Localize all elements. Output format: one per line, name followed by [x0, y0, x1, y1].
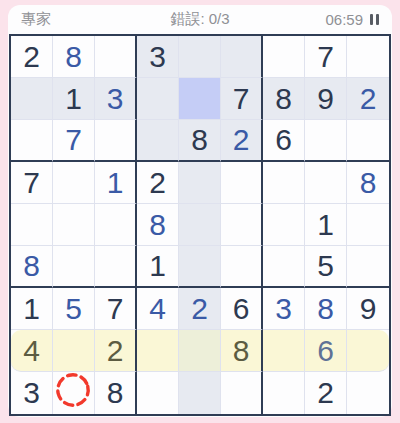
- cell-r1c5[interactable]: [179, 36, 221, 78]
- digit: 5: [317, 251, 334, 281]
- cell-r2c3[interactable]: 3: [95, 78, 137, 120]
- cell-r2c9[interactable]: 2: [347, 78, 389, 120]
- cell-r4c7[interactable]: [263, 162, 305, 204]
- digit: 3: [23, 378, 40, 408]
- cell-r4c3[interactable]: 1: [95, 162, 137, 204]
- digit: 8: [149, 210, 166, 240]
- cell-r3c4[interactable]: [137, 120, 179, 162]
- digit: 7: [317, 42, 334, 72]
- cell-r8c4[interactable]: [137, 330, 179, 372]
- cell-r3c2[interactable]: 7: [53, 120, 95, 162]
- digit: 8: [107, 378, 124, 408]
- digit: 2: [360, 84, 377, 114]
- sudoku-board: 283713789278267128818151574263894286382: [9, 34, 391, 416]
- cell-r4c8[interactable]: [305, 162, 347, 204]
- cell-r5c9[interactable]: [347, 204, 389, 246]
- cell-r6c6[interactable]: [221, 246, 263, 288]
- cell-r1c2[interactable]: 8: [53, 36, 95, 78]
- cell-r8c9[interactable]: [347, 330, 389, 372]
- cell-r4c2[interactable]: [53, 162, 95, 204]
- digit: 2: [23, 42, 40, 72]
- digit: 8: [191, 125, 208, 155]
- digit: 8: [233, 336, 250, 366]
- digit: 6: [275, 125, 292, 155]
- digit: 7: [65, 125, 82, 155]
- cell-r9c7[interactable]: [263, 372, 305, 414]
- cell-r1c1[interactable]: 2: [11, 36, 53, 78]
- cell-r3c6[interactable]: 2: [221, 120, 263, 162]
- cell-r8c6[interactable]: 8: [221, 330, 263, 372]
- cell-r1c4[interactable]: 3: [137, 36, 179, 78]
- cell-r4c9[interactable]: 8: [347, 162, 389, 204]
- hint-circle-icon: [54, 371, 92, 409]
- cell-r7c6[interactable]: 6: [221, 288, 263, 330]
- digit: 1: [65, 84, 82, 114]
- cell-r2c8[interactable]: 9: [305, 78, 347, 120]
- cell-r3c7[interactable]: 6: [263, 120, 305, 162]
- digit: 8: [360, 168, 377, 198]
- cell-r2c1[interactable]: [11, 78, 53, 120]
- cell-r9c2[interactable]: [53, 372, 95, 414]
- cell-r7c9[interactable]: 9: [347, 288, 389, 330]
- cell-r1c3[interactable]: [95, 36, 137, 78]
- cell-r5c6[interactable]: [221, 204, 263, 246]
- cell-r6c3[interactable]: [95, 246, 137, 288]
- cell-r2c7[interactable]: 8: [263, 78, 305, 120]
- digit: 8: [65, 42, 82, 72]
- cell-r6c7[interactable]: [263, 246, 305, 288]
- cell-r4c4[interactable]: 2: [137, 162, 179, 204]
- cell-r4c6[interactable]: [221, 162, 263, 204]
- cell-r3c5[interactable]: 8: [179, 120, 221, 162]
- digit: 6: [317, 336, 334, 366]
- cell-r8c5[interactable]: [179, 330, 221, 372]
- cell-r7c8[interactable]: 8: [305, 288, 347, 330]
- cell-r6c1[interactable]: 8: [11, 246, 53, 288]
- cell-r6c2[interactable]: [53, 246, 95, 288]
- cell-r3c3[interactable]: [95, 120, 137, 162]
- digit: 1: [107, 168, 124, 198]
- digit: 8: [317, 294, 334, 324]
- cell-r6c4[interactable]: 1: [137, 246, 179, 288]
- cell-r1c6[interactable]: [221, 36, 263, 78]
- cell-r6c9[interactable]: [347, 246, 389, 288]
- digit: 4: [149, 294, 166, 324]
- cell-r5c5[interactable]: [179, 204, 221, 246]
- cell-r7c5[interactable]: 2: [179, 288, 221, 330]
- cell-r8c7[interactable]: [263, 330, 305, 372]
- digit: 3: [107, 84, 124, 114]
- cell-r7c2[interactable]: 5: [53, 288, 95, 330]
- topbar: 專家 錯誤: 0/3 06:59: [8, 5, 392, 34]
- digit: 5: [65, 294, 82, 324]
- cell-r8c1[interactable]: 4: [11, 330, 53, 372]
- cell-r5c3[interactable]: [95, 204, 137, 246]
- cell-r5c4[interactable]: 8: [137, 204, 179, 246]
- cell-r4c5[interactable]: [179, 162, 221, 204]
- cell-r9c8[interactable]: 2: [305, 372, 347, 414]
- cell-r7c1[interactable]: 1: [11, 288, 53, 330]
- digit: 2: [317, 378, 334, 408]
- cell-r9c5[interactable]: [179, 372, 221, 414]
- digit: 9: [317, 84, 334, 114]
- game-panel: 專家 錯誤: 0/3 06:59 28371378927826712881815…: [8, 5, 392, 417]
- cell-r1c8[interactable]: 7: [305, 36, 347, 78]
- pause-icon[interactable]: [370, 14, 379, 25]
- cell-r9c1[interactable]: 3: [11, 372, 53, 414]
- cell-r8c8[interactable]: 6: [305, 330, 347, 372]
- digit: 8: [23, 251, 40, 281]
- digit: 1: [149, 251, 166, 281]
- cell-r6c8[interactable]: 5: [305, 246, 347, 288]
- cell-r5c2[interactable]: [53, 204, 95, 246]
- digit: 9: [360, 294, 377, 324]
- cell-r1c7[interactable]: [263, 36, 305, 78]
- digit: 6: [233, 294, 250, 324]
- cell-r3c9[interactable]: [347, 120, 389, 162]
- digit: 8: [275, 84, 292, 114]
- timer: 06:59: [325, 11, 363, 28]
- digit: 2: [191, 294, 208, 324]
- cell-r7c4[interactable]: 4: [137, 288, 179, 330]
- cell-r8c2[interactable]: [53, 330, 95, 372]
- cell-r2c5[interactable]: [179, 78, 221, 120]
- cell-r7c7[interactable]: 3: [263, 288, 305, 330]
- cell-r9c4[interactable]: [137, 372, 179, 414]
- cell-r1c9[interactable]: [347, 36, 389, 78]
- digit: 1: [23, 294, 40, 324]
- cell-r3c8[interactable]: [305, 120, 347, 162]
- cell-r3c1[interactable]: [11, 120, 53, 162]
- cell-r5c8[interactable]: 1: [305, 204, 347, 246]
- digit: 7: [107, 294, 124, 324]
- digit: 7: [23, 168, 40, 198]
- cell-r9c6[interactable]: [221, 372, 263, 414]
- digit: 2: [233, 125, 250, 155]
- cell-r5c7[interactable]: [263, 204, 305, 246]
- digit: 4: [23, 336, 40, 366]
- digit: 2: [149, 168, 166, 198]
- digit: 3: [275, 294, 292, 324]
- cell-r4c1[interactable]: 7: [11, 162, 53, 204]
- cell-r9c9[interactable]: [347, 372, 389, 414]
- cell-r7c3[interactable]: 7: [95, 288, 137, 330]
- cell-r9c3[interactable]: 8: [95, 372, 137, 414]
- cell-r2c2[interactable]: 1: [53, 78, 95, 120]
- digit: 7: [233, 84, 250, 114]
- digit: 1: [317, 210, 334, 240]
- cell-r8c3[interactable]: 2: [95, 330, 137, 372]
- cell-r2c4[interactable]: [137, 78, 179, 120]
- cell-r5c1[interactable]: [11, 204, 53, 246]
- cell-r2c6[interactable]: 7: [221, 78, 263, 120]
- digit: 2: [107, 336, 124, 366]
- digit: 3: [149, 42, 166, 72]
- cell-r6c5[interactable]: [179, 246, 221, 288]
